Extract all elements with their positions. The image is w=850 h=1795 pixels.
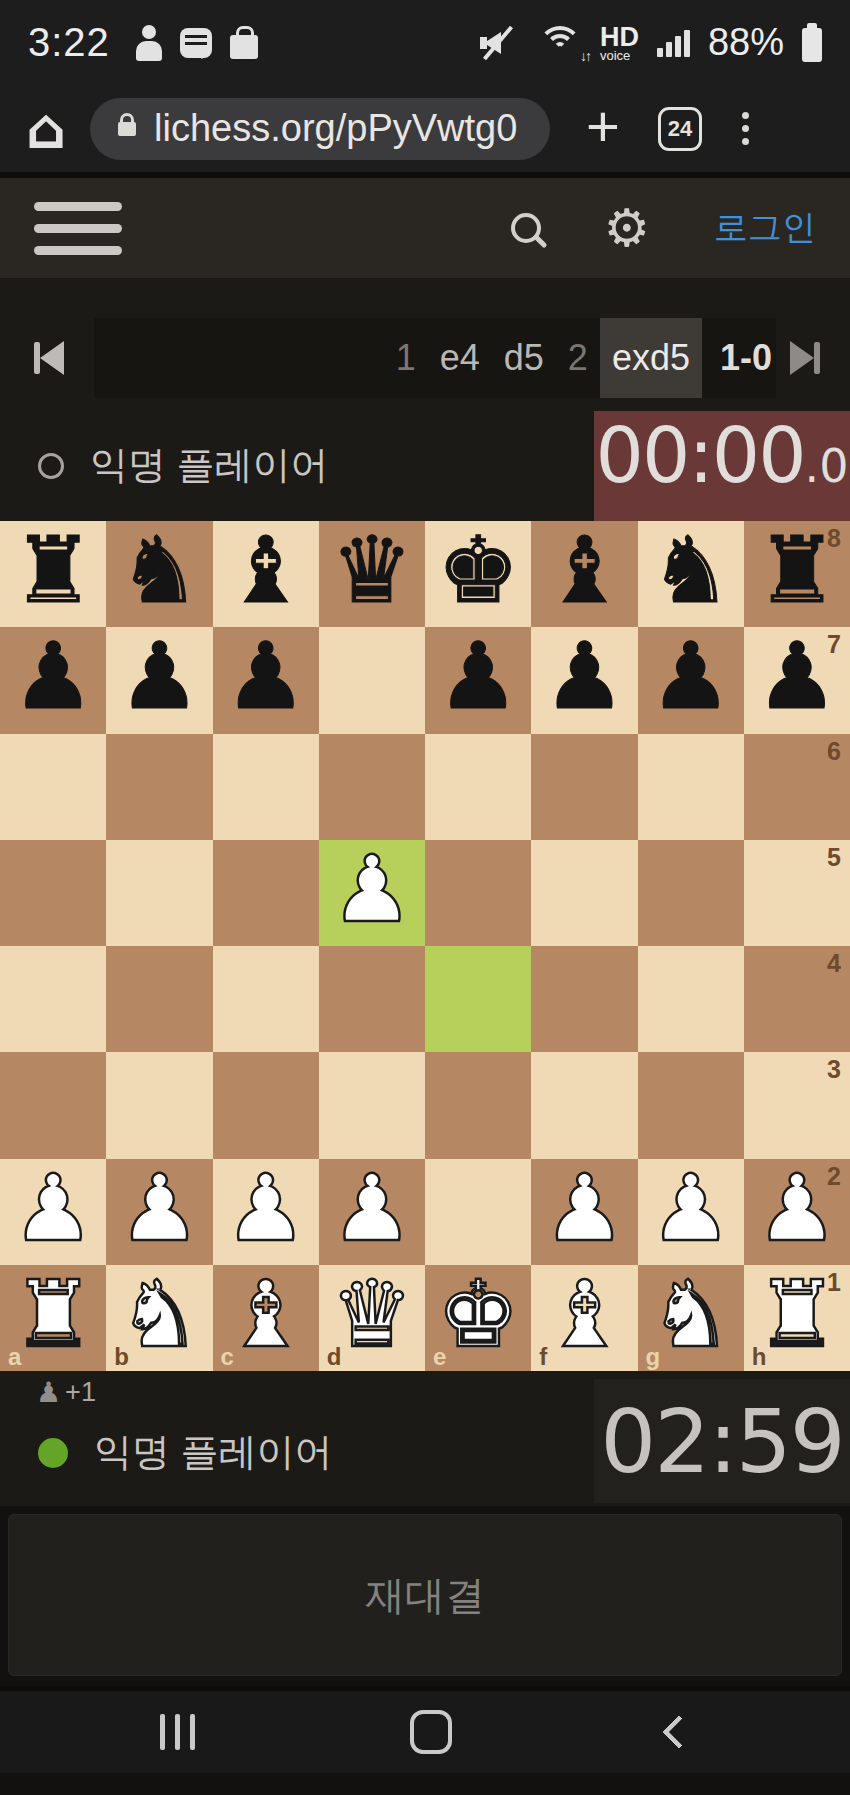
- black-queen-d8[interactable]: ♛: [331, 525, 413, 617]
- rank-coordinate-5: 5: [827, 845, 841, 870]
- white-bishop-f1[interactable]: ♝: [543, 1269, 625, 1361]
- square-e8[interactable]: ♚: [425, 521, 531, 627]
- square-h4[interactable]: 4: [744, 946, 850, 1052]
- home-icon[interactable]: ⌂: [26, 101, 66, 157]
- square-f8[interactable]: ♝: [531, 521, 637, 627]
- android-status-bar: 3:22 ↓↑ HDvoice 88%: [0, 0, 850, 85]
- file-coordinate-g: g: [646, 1345, 661, 1369]
- black-rook-a8[interactable]: ♜: [12, 525, 94, 617]
- move-list-bar: 1 e4 d5 2 exd5 1-0: [0, 278, 850, 398]
- square-d7[interactable]: [319, 627, 425, 733]
- black-pawn-b7[interactable]: ♟: [118, 631, 200, 723]
- bottom-player-row: ♟ +1 익명 플레이어 02:59: [0, 1371, 850, 1506]
- white-pawn-f2[interactable]: ♟: [543, 1163, 625, 1255]
- square-g6[interactable]: [638, 734, 744, 840]
- square-c3[interactable]: [213, 1052, 319, 1158]
- move-number: 1: [384, 318, 428, 398]
- square-h1[interactable]: ♜h1: [744, 1265, 850, 1371]
- square-f7[interactable]: ♟: [531, 627, 637, 733]
- tab-count-button[interactable]: 24: [658, 107, 702, 151]
- skip-to-end-button[interactable]: [790, 318, 820, 398]
- square-a1[interactable]: ♜a: [0, 1265, 106, 1371]
- black-knight-g8[interactable]: ♞: [649, 525, 731, 617]
- clock-time: 3:22: [28, 20, 110, 65]
- square-a4[interactable]: [0, 946, 106, 1052]
- black-rook-h8[interactable]: ♜: [756, 525, 838, 617]
- square-d3[interactable]: [319, 1052, 425, 1158]
- square-d5[interactable]: ♟: [319, 840, 425, 946]
- android-nav-bar: [0, 1686, 850, 1773]
- address-bar[interactable]: lichess.org/pPyVwtg0: [90, 98, 550, 160]
- square-g2[interactable]: ♟: [638, 1159, 744, 1265]
- square-g3[interactable]: [638, 1052, 744, 1158]
- rank-coordinate-4: 4: [827, 951, 841, 976]
- battery-icon: [802, 28, 822, 62]
- square-c4[interactable]: [213, 946, 319, 1052]
- square-g5[interactable]: [638, 840, 744, 946]
- rank-coordinate-2: 2: [827, 1164, 841, 1189]
- square-e4[interactable]: [425, 946, 531, 1052]
- white-rook-h1[interactable]: ♜: [756, 1269, 838, 1361]
- square-g4[interactable]: [638, 946, 744, 1052]
- hd-voice-indicator: HDvoice: [600, 24, 639, 62]
- hamburger-menu-icon[interactable]: [34, 202, 122, 255]
- material-advantage: +1: [65, 1377, 96, 1408]
- white-knight-b1[interactable]: ♞: [118, 1269, 200, 1361]
- square-a7[interactable]: ♟: [0, 627, 106, 733]
- android-home-icon[interactable]: [410, 1710, 452, 1754]
- bag-notification-icon: [230, 35, 258, 59]
- rank-coordinate-7: 7: [827, 632, 841, 657]
- rank-coordinate-3: 3: [827, 1057, 841, 1082]
- move-number: 2: [556, 318, 600, 398]
- white-pawn-h2[interactable]: ♟: [756, 1163, 838, 1255]
- black-king-e8[interactable]: ♚: [437, 525, 519, 617]
- square-b8[interactable]: ♞: [106, 521, 212, 627]
- mute-icon: [480, 25, 520, 61]
- back-icon[interactable]: [662, 1715, 696, 1749]
- white-bishop-c1[interactable]: ♝: [224, 1269, 306, 1361]
- move-exd5-current[interactable]: exd5: [600, 318, 702, 398]
- square-h7[interactable]: ♟7: [744, 627, 850, 733]
- square-a5[interactable]: [0, 840, 106, 946]
- person-notification-icon: [136, 25, 162, 61]
- square-e1[interactable]: ♚e: [425, 1265, 531, 1371]
- square-a6[interactable]: [0, 734, 106, 840]
- square-b2[interactable]: ♟: [106, 1159, 212, 1265]
- url-text: lichess.org/pPyVwtg0: [154, 107, 517, 150]
- square-d1[interactable]: ♛d: [319, 1265, 425, 1371]
- file-coordinate-d: d: [327, 1345, 342, 1369]
- black-bishop-f8[interactable]: ♝: [543, 525, 625, 617]
- chess-board: ♜♞♝♛♚♝♞♜8♟♟♟♟♟♟♟76♟543♟♟♟♟♟♟♟2♜a♞b♝c♛d♚e…: [0, 521, 850, 1371]
- browser-toolbar: ⌂ lichess.org/pPyVwtg0 + 24: [0, 85, 850, 178]
- square-f6[interactable]: [531, 734, 637, 840]
- square-h5[interactable]: 5: [744, 840, 850, 946]
- white-knight-g1[interactable]: ♞: [649, 1269, 731, 1361]
- square-h8[interactable]: ♜8: [744, 521, 850, 627]
- square-c2[interactable]: ♟: [213, 1159, 319, 1265]
- square-c7[interactable]: ♟: [213, 627, 319, 733]
- square-h2[interactable]: ♟2: [744, 1159, 850, 1265]
- rematch-button[interactable]: 재대결: [8, 1514, 842, 1676]
- search-icon[interactable]: [511, 213, 541, 243]
- square-f2[interactable]: ♟: [531, 1159, 637, 1265]
- lichess-header: ⚙ 로그인: [0, 178, 850, 278]
- black-pawn-e7[interactable]: ♟: [437, 631, 519, 723]
- white-pawn-b2[interactable]: ♟: [118, 1163, 200, 1255]
- top-player-name: 익명 플레이어: [90, 440, 329, 491]
- file-coordinate-a: a: [8, 1345, 21, 1369]
- white-pawn-c2[interactable]: ♟: [224, 1163, 306, 1255]
- square-b4[interactable]: [106, 946, 212, 1052]
- online-status-icon: [38, 1438, 68, 1468]
- square-d2[interactable]: ♟: [319, 1159, 425, 1265]
- rank-coordinate-1: 1: [827, 1270, 841, 1295]
- square-g7[interactable]: ♟: [638, 627, 744, 733]
- black-pawn-f7[interactable]: ♟: [543, 631, 625, 723]
- black-pawn-a7[interactable]: ♟: [12, 631, 94, 723]
- move-list: 1 e4 d5 2 exd5 1-0: [94, 318, 776, 398]
- file-coordinate-b: b: [114, 1345, 129, 1369]
- skip-to-start-button[interactable]: [34, 318, 64, 398]
- white-pawn-g2[interactable]: ♟: [649, 1163, 731, 1255]
- material-pawn-icon: ♟: [36, 1379, 61, 1407]
- white-pawn-a2[interactable]: ♟: [12, 1163, 94, 1255]
- rank-coordinate-8: 8: [827, 526, 841, 551]
- square-a2[interactable]: ♟: [0, 1159, 106, 1265]
- chat-notification-icon: [180, 28, 212, 58]
- file-coordinate-h: h: [752, 1345, 767, 1369]
- game-result: 1-0: [708, 318, 776, 398]
- square-e3[interactable]: [425, 1052, 531, 1158]
- square-e7[interactable]: ♟: [425, 627, 531, 733]
- square-b5[interactable]: [106, 840, 212, 946]
- square-a3[interactable]: [0, 1052, 106, 1158]
- square-d6[interactable]: [319, 734, 425, 840]
- square-f1[interactable]: ♝f: [531, 1265, 637, 1371]
- move-e4[interactable]: e4: [428, 318, 492, 398]
- top-player-clock: 00:00.0: [594, 411, 850, 521]
- black-knight-b8[interactable]: ♞: [118, 525, 200, 617]
- offline-status-icon: [38, 453, 64, 479]
- rank-coordinate-6: 6: [827, 739, 841, 764]
- bottom-player-clock: 02:59: [594, 1379, 850, 1503]
- white-queen-d1[interactable]: ♛: [331, 1269, 413, 1361]
- white-pawn-d5[interactable]: ♟: [331, 844, 413, 936]
- top-player-row: 익명 플레이어 00:00.0: [0, 398, 850, 521]
- square-h3[interactable]: 3: [744, 1052, 850, 1158]
- file-coordinate-e: e: [433, 1345, 446, 1369]
- battery-percent: 88%: [708, 21, 784, 64]
- gear-icon[interactable]: ⚙: [603, 202, 650, 254]
- square-f4[interactable]: [531, 946, 637, 1052]
- square-c1[interactable]: ♝c: [213, 1265, 319, 1371]
- square-h6[interactable]: 6: [744, 734, 850, 840]
- lock-icon: [118, 122, 136, 136]
- square-d8[interactable]: ♛: [319, 521, 425, 627]
- black-bishop-c8[interactable]: ♝: [224, 525, 306, 617]
- square-b1[interactable]: ♞b: [106, 1265, 212, 1371]
- square-e5[interactable]: [425, 840, 531, 946]
- signal-icon: [657, 29, 690, 57]
- black-pawn-h7[interactable]: ♟: [756, 631, 838, 723]
- new-tab-button[interactable]: +: [586, 97, 620, 155]
- white-king-e1[interactable]: ♚: [437, 1269, 519, 1361]
- square-c5[interactable]: [213, 840, 319, 946]
- wifi-icon: ↓↑: [538, 26, 582, 60]
- bottom-player-name: 익명 플레이어: [94, 1427, 333, 1478]
- black-pawn-g7[interactable]: ♟: [649, 631, 731, 723]
- file-coordinate-c: c: [221, 1345, 234, 1369]
- browser-menu-icon[interactable]: [742, 112, 749, 145]
- square-b6[interactable]: [106, 734, 212, 840]
- recents-icon[interactable]: [160, 1714, 195, 1750]
- square-e2[interactable]: [425, 1159, 531, 1265]
- game-over-panel: 재대결: [0, 1506, 850, 1686]
- square-g8[interactable]: ♞: [638, 521, 744, 627]
- login-link[interactable]: 로그인: [714, 205, 816, 251]
- square-b3[interactable]: [106, 1052, 212, 1158]
- white-rook-a1[interactable]: ♜: [12, 1269, 94, 1361]
- square-c6[interactable]: [213, 734, 319, 840]
- square-a8[interactable]: ♜: [0, 521, 106, 627]
- square-b7[interactable]: ♟: [106, 627, 212, 733]
- square-f3[interactable]: [531, 1052, 637, 1158]
- white-pawn-d2[interactable]: ♟: [331, 1163, 413, 1255]
- square-f5[interactable]: [531, 840, 637, 946]
- square-d4[interactable]: [319, 946, 425, 1052]
- move-d5[interactable]: d5: [492, 318, 556, 398]
- file-coordinate-f: f: [539, 1345, 547, 1369]
- square-g1[interactable]: ♞g: [638, 1265, 744, 1371]
- black-pawn-c7[interactable]: ♟: [224, 631, 306, 723]
- square-e6[interactable]: [425, 734, 531, 840]
- square-c8[interactable]: ♝: [213, 521, 319, 627]
